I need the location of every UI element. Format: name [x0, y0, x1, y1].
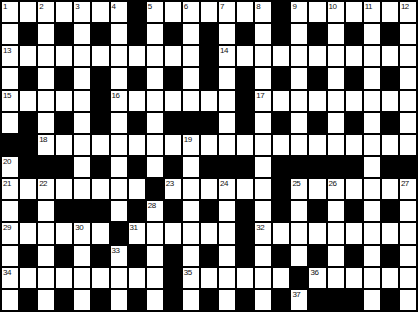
- cell-r4-c3[interactable]: [56, 91, 72, 111]
- cell-r10-c19[interactable]: [346, 223, 362, 243]
- cell-r7-c6[interactable]: [111, 157, 127, 177]
- cell-r8-c10[interactable]: [183, 179, 199, 199]
- cell-r6-c10[interactable]: 19: [183, 135, 199, 155]
- cell-r8-c7[interactable]: [129, 179, 145, 199]
- cell-r13-c8[interactable]: [147, 290, 163, 310]
- cell-r11-c10[interactable]: [183, 246, 199, 266]
- cell-r6-c8[interactable]: [147, 135, 163, 155]
- black-cell-r7-c16: [291, 157, 307, 177]
- cell-r12-c12[interactable]: [219, 268, 235, 288]
- cell-r0-c0[interactable]: 1: [2, 2, 18, 22]
- cell-r1-c8[interactable]: [147, 24, 163, 44]
- cell-r9-c14[interactable]: [255, 201, 271, 221]
- cell-r0-c13[interactable]: [237, 2, 253, 22]
- black-cell-r7-c11: [201, 157, 217, 177]
- cell-r7-c14[interactable]: [255, 157, 271, 177]
- cell-r4-c20[interactable]: [364, 91, 380, 111]
- cell-r3-c6[interactable]: [111, 68, 127, 88]
- clue-number: 12: [401, 2, 409, 11]
- clue-number: 3: [75, 2, 79, 11]
- cell-r9-c20[interactable]: [364, 201, 380, 221]
- cell-r0-c20[interactable]: 11: [364, 2, 380, 22]
- cell-r8-c4[interactable]: [74, 179, 90, 199]
- black-cell-r0-c7: [129, 2, 145, 22]
- cell-r0-c8[interactable]: 5: [147, 2, 163, 22]
- cell-r8-c16[interactable]: 25: [291, 179, 307, 199]
- cell-r2-c20[interactable]: [364, 46, 380, 66]
- cell-r11-c6[interactable]: 33: [111, 246, 127, 266]
- cell-r3-c16[interactable]: [291, 68, 307, 88]
- black-cell-r0-c15: [273, 2, 289, 22]
- cell-r12-c13[interactable]: [237, 268, 253, 288]
- cell-r6-c20[interactable]: [364, 135, 380, 155]
- cell-r12-c10[interactable]: 35: [183, 268, 199, 288]
- black-cell-r9-c3: [56, 201, 72, 221]
- cell-r12-c4[interactable]: [74, 268, 90, 288]
- cell-r12-c3[interactable]: [56, 268, 72, 288]
- cell-r12-c19[interactable]: [346, 268, 362, 288]
- cell-r0-c21[interactable]: [382, 2, 398, 22]
- cell-r0-c4[interactable]: 3: [74, 2, 90, 22]
- cell-r11-c16[interactable]: [291, 246, 307, 266]
- cell-r12-c11[interactable]: [201, 268, 217, 288]
- cell-r0-c5[interactable]: [92, 2, 108, 22]
- cell-r2-c4[interactable]: [74, 46, 90, 66]
- black-cell-r11-c21: [382, 246, 398, 266]
- cell-r6-c13[interactable]: [237, 135, 253, 155]
- cell-r2-c15[interactable]: [273, 46, 289, 66]
- cell-r8-c1[interactable]: [20, 179, 36, 199]
- cell-r10-c0[interactable]: 29: [2, 223, 18, 243]
- cell-r0-c6[interactable]: 4: [111, 2, 127, 22]
- cell-r1-c4[interactable]: [74, 24, 90, 44]
- cell-r6-c7[interactable]: [129, 135, 145, 155]
- cell-r8-c13[interactable]: [237, 179, 253, 199]
- cell-r12-c18[interactable]: [328, 268, 344, 288]
- cell-r10-c11[interactable]: [201, 223, 217, 243]
- cell-r12-c2[interactable]: [38, 268, 54, 288]
- black-cell-r3-c17: [309, 68, 325, 88]
- cell-r11-c14[interactable]: [255, 246, 271, 266]
- cell-r8-c17[interactable]: [309, 179, 325, 199]
- cell-r5-c20[interactable]: [364, 113, 380, 133]
- black-cell-r9-c19: [346, 201, 362, 221]
- cell-r5-c4[interactable]: [74, 113, 90, 133]
- cell-r5-c2[interactable]: [38, 113, 54, 133]
- clue-number: 29: [3, 223, 11, 232]
- clue-number: 22: [39, 179, 47, 188]
- cell-r2-c12[interactable]: 14: [219, 46, 235, 66]
- cell-r6-c12[interactable]: [219, 135, 235, 155]
- clue-number: 24: [220, 179, 228, 188]
- cell-r8-c22[interactable]: 27: [400, 179, 416, 199]
- cell-r3-c2[interactable]: [38, 68, 54, 88]
- cell-r13-c4[interactable]: [74, 290, 90, 310]
- cell-r5-c6[interactable]: [111, 113, 127, 133]
- black-cell-r13-c7: [129, 290, 145, 310]
- black-cell-r3-c5: [92, 68, 108, 88]
- cell-r8-c3[interactable]: [56, 179, 72, 199]
- cell-r10-c9[interactable]: [165, 223, 181, 243]
- cell-r12-c8[interactable]: [147, 268, 163, 288]
- cell-r0-c1[interactable]: [20, 2, 36, 22]
- black-cell-r4-c5: [92, 91, 108, 111]
- cell-r12-c6[interactable]: [111, 268, 127, 288]
- black-cell-r1-c17: [309, 24, 325, 44]
- cell-r12-c22[interactable]: [400, 268, 416, 288]
- clue-number: 37: [292, 290, 300, 299]
- cell-r9-c12[interactable]: [219, 201, 235, 221]
- cell-r3-c0[interactable]: [2, 68, 18, 88]
- cell-r0-c12[interactable]: 7: [219, 2, 235, 22]
- black-cell-r1-c13: [237, 24, 253, 44]
- cell-r2-c22[interactable]: [400, 46, 416, 66]
- cell-r6-c3[interactable]: [56, 135, 72, 155]
- cell-r10-c21[interactable]: [382, 223, 398, 243]
- cell-r7-c20[interactable]: [364, 157, 380, 177]
- cell-r4-c6[interactable]: 16: [111, 91, 127, 111]
- cell-r13-c6[interactable]: [111, 290, 127, 310]
- cell-r7-c10[interactable]: [183, 157, 199, 177]
- cell-r0-c10[interactable]: 6: [183, 2, 199, 22]
- cell-r2-c18[interactable]: [328, 46, 344, 66]
- clue-number: 11: [365, 2, 372, 11]
- clue-number: 30: [75, 223, 83, 232]
- black-cell-r6-c0: [2, 135, 18, 155]
- cell-r13-c10[interactable]: [183, 290, 199, 310]
- cell-r3-c14[interactable]: [255, 68, 271, 88]
- cell-r1-c6[interactable]: [111, 24, 127, 44]
- cell-r6-c15[interactable]: [273, 135, 289, 155]
- cell-r12-c7[interactable]: [129, 268, 145, 288]
- cell-r8-c2[interactable]: 22: [38, 179, 54, 199]
- cell-r6-c11[interactable]: [201, 135, 217, 155]
- cell-r2-c0[interactable]: 13: [2, 46, 18, 66]
- cell-r5-c22[interactable]: [400, 113, 416, 133]
- cell-r12-c17[interactable]: 36: [309, 268, 325, 288]
- cell-r2-c5[interactable]: [92, 46, 108, 66]
- cell-r3-c20[interactable]: [364, 68, 380, 88]
- black-cell-r1-c15: [273, 24, 289, 44]
- cell-r1-c20[interactable]: [364, 24, 380, 44]
- black-cell-r13-c5: [92, 290, 108, 310]
- cell-r9-c16[interactable]: [291, 201, 307, 221]
- cell-r0-c11[interactable]: [201, 2, 217, 22]
- black-cell-r9-c4: [74, 201, 90, 221]
- cell-r3-c18[interactable]: [328, 68, 344, 88]
- cell-r11-c18[interactable]: [328, 246, 344, 266]
- black-cell-r3-c3: [56, 68, 72, 88]
- cell-r4-c1[interactable]: [20, 91, 36, 111]
- cell-r0-c2[interactable]: 2: [38, 2, 54, 22]
- cell-r11-c22[interactable]: [400, 246, 416, 266]
- cell-r4-c9[interactable]: [165, 91, 181, 111]
- cell-r12-c20[interactable]: [364, 268, 380, 288]
- cell-r4-c15[interactable]: [273, 91, 289, 111]
- cell-r4-c14[interactable]: 17: [255, 91, 271, 111]
- black-cell-r9-c5: [92, 201, 108, 221]
- cell-r4-c10[interactable]: [183, 91, 199, 111]
- black-cell-r11-c19: [346, 246, 362, 266]
- cell-r6-c9[interactable]: [165, 135, 181, 155]
- cell-r9-c6[interactable]: [111, 201, 127, 221]
- cell-r2-c17[interactable]: [309, 46, 325, 66]
- cell-r4-c18[interactable]: [328, 91, 344, 111]
- cell-r4-c19[interactable]: [346, 91, 362, 111]
- cell-r10-c18[interactable]: [328, 223, 344, 243]
- cell-r4-c2[interactable]: [38, 91, 54, 111]
- cell-r1-c18[interactable]: [328, 24, 344, 44]
- black-cell-r1-c11: [201, 24, 217, 44]
- clue-number: 28: [148, 201, 156, 210]
- cell-r6-c6[interactable]: [111, 135, 127, 155]
- clue-number: 26: [329, 179, 337, 188]
- clue-number: 4: [112, 2, 116, 11]
- cell-r5-c14[interactable]: [255, 113, 271, 133]
- cell-r8-c5[interactable]: [92, 179, 108, 199]
- clue-number: 16: [112, 91, 120, 100]
- cell-r2-c1[interactable]: [20, 46, 36, 66]
- cell-r0-c19[interactable]: [346, 2, 362, 22]
- cell-r13-c22[interactable]: [400, 290, 416, 310]
- black-cell-r9-c9: [165, 201, 181, 221]
- black-cell-r8-c15: [273, 179, 289, 199]
- black-cell-r1-c7: [129, 24, 145, 44]
- cell-r5-c0[interactable]: [2, 113, 18, 133]
- cell-r10-c4[interactable]: 30: [74, 223, 90, 243]
- cell-r2-c16[interactable]: [291, 46, 307, 66]
- cell-r8-c19[interactable]: [346, 179, 362, 199]
- cell-r10-c22[interactable]: [400, 223, 416, 243]
- cell-r6-c22[interactable]: [400, 135, 416, 155]
- cell-r8-c18[interactable]: 26: [328, 179, 344, 199]
- black-cell-r9-c15: [273, 201, 289, 221]
- cell-r3-c12[interactable]: [219, 68, 235, 88]
- black-cell-r1-c5: [92, 24, 108, 44]
- cell-r8-c20[interactable]: [364, 179, 380, 199]
- clue-number: 8: [256, 2, 260, 11]
- cell-r9-c22[interactable]: [400, 201, 416, 221]
- black-cell-r5-c15: [273, 113, 289, 133]
- black-cell-r5-c17: [309, 113, 325, 133]
- black-cell-r11-c13: [237, 246, 253, 266]
- cell-r1-c10[interactable]: [183, 24, 199, 44]
- black-cell-r7-c9: [165, 157, 181, 177]
- cell-r6-c19[interactable]: [346, 135, 362, 155]
- cell-r8-c14[interactable]: [255, 179, 271, 199]
- cell-r4-c21[interactable]: [382, 91, 398, 111]
- cell-r9-c0[interactable]: [2, 201, 18, 221]
- cell-r4-c4[interactable]: [74, 91, 90, 111]
- black-cell-r3-c1: [20, 68, 36, 88]
- cell-r1-c0[interactable]: [2, 24, 18, 44]
- cell-r8-c21[interactable]: [382, 179, 398, 199]
- black-cell-r11-c3: [56, 246, 72, 266]
- black-cell-r7-c15: [273, 157, 289, 177]
- cell-r1-c16[interactable]: [291, 24, 307, 44]
- black-cell-r10-c13: [237, 223, 253, 243]
- cell-r5-c18[interactable]: [328, 113, 344, 133]
- cell-r4-c22[interactable]: [400, 91, 416, 111]
- cell-r0-c9[interactable]: [165, 2, 181, 22]
- cell-r13-c0[interactable]: [2, 290, 18, 310]
- black-cell-r7-c7: [129, 157, 145, 177]
- cell-r3-c4[interactable]: [74, 68, 90, 88]
- cell-r4-c16[interactable]: [291, 91, 307, 111]
- cell-r9-c2[interactable]: [38, 201, 54, 221]
- cell-r13-c16[interactable]: 37: [291, 290, 307, 310]
- cell-r10-c1[interactable]: [20, 223, 36, 243]
- clue-number: 18: [39, 135, 47, 144]
- cell-r0-c18[interactable]: 10: [328, 2, 344, 22]
- black-cell-r7-c3: [56, 157, 72, 177]
- cell-r12-c15[interactable]: [273, 268, 289, 288]
- clue-number: 7: [220, 2, 224, 11]
- black-cell-r13-c19: [346, 290, 362, 310]
- black-cell-r7-c12: [219, 157, 235, 177]
- cell-r10-c2[interactable]: [38, 223, 54, 243]
- cell-r1-c2[interactable]: [38, 24, 54, 44]
- cell-r11-c12[interactable]: [219, 246, 235, 266]
- cell-r11-c0[interactable]: [2, 246, 18, 266]
- cell-r9-c18[interactable]: [328, 201, 344, 221]
- cell-r6-c5[interactable]: [92, 135, 108, 155]
- cell-r7-c4[interactable]: [74, 157, 90, 177]
- black-cell-r9-c1: [20, 201, 36, 221]
- cell-r4-c0[interactable]: 15: [2, 91, 18, 111]
- cell-r8-c6[interactable]: [111, 179, 127, 199]
- black-cell-r5-c10: [183, 113, 199, 133]
- cell-r10-c3[interactable]: [56, 223, 72, 243]
- cell-r9-c10[interactable]: [183, 201, 199, 221]
- cell-r13-c12[interactable]: [219, 290, 235, 310]
- cell-r10-c16[interactable]: [291, 223, 307, 243]
- black-cell-r9-c13: [237, 201, 253, 221]
- cell-r2-c9[interactable]: [165, 46, 181, 66]
- cell-r5-c12[interactable]: [219, 113, 235, 133]
- cell-r2-c3[interactable]: [56, 46, 72, 66]
- cell-r3-c22[interactable]: [400, 68, 416, 88]
- cell-r4-c8[interactable]: [147, 91, 163, 111]
- cell-r0-c3[interactable]: [56, 2, 72, 22]
- cell-r8-c12[interactable]: 24: [219, 179, 235, 199]
- black-cell-r13-c3: [56, 290, 72, 310]
- cell-r13-c20[interactable]: [364, 290, 380, 310]
- black-cell-r13-c13: [237, 290, 253, 310]
- cell-r4-c12[interactable]: [219, 91, 235, 111]
- cell-r12-c0[interactable]: 34: [2, 268, 18, 288]
- cell-r2-c13[interactable]: [237, 46, 253, 66]
- cell-r4-c17[interactable]: [309, 91, 325, 111]
- black-cell-r12-c9: [165, 268, 181, 288]
- cell-r2-c8[interactable]: [147, 46, 163, 66]
- black-cell-r12-c16: [291, 268, 307, 288]
- cell-r1-c12[interactable]: [219, 24, 235, 44]
- cell-r7-c0[interactable]: 20: [2, 157, 18, 177]
- clue-number: 6: [184, 2, 188, 11]
- cell-r6-c14[interactable]: [255, 135, 271, 155]
- cell-r10-c10[interactable]: [183, 223, 199, 243]
- cell-r3-c8[interactable]: [147, 68, 163, 88]
- cell-r10-c5[interactable]: [92, 223, 108, 243]
- black-cell-r11-c15: [273, 246, 289, 266]
- cell-r12-c14[interactable]: [255, 268, 271, 288]
- cell-r10-c7[interactable]: 31: [129, 223, 145, 243]
- cell-r6-c21[interactable]: [382, 135, 398, 155]
- cell-r2-c6[interactable]: [111, 46, 127, 66]
- cell-r12-c5[interactable]: [92, 268, 108, 288]
- clue-number: 32: [256, 223, 264, 232]
- cell-r2-c7[interactable]: [129, 46, 145, 66]
- clue-number: 5: [148, 2, 152, 11]
- cell-r9-c8[interactable]: 28: [147, 201, 163, 221]
- cell-r10-c17[interactable]: [309, 223, 325, 243]
- cell-r8-c11[interactable]: [201, 179, 217, 199]
- cell-r2-c19[interactable]: [346, 46, 362, 66]
- black-cell-r7-c19: [346, 157, 362, 177]
- cell-r6-c17[interactable]: [309, 135, 325, 155]
- cell-r10-c8[interactable]: [147, 223, 163, 243]
- cell-r6-c4[interactable]: [74, 135, 90, 155]
- cell-r1-c22[interactable]: [400, 24, 416, 44]
- cell-r0-c17[interactable]: [309, 2, 325, 22]
- cell-r2-c2[interactable]: [38, 46, 54, 66]
- cell-r6-c18[interactable]: [328, 135, 344, 155]
- cell-r11-c2[interactable]: [38, 246, 54, 266]
- black-cell-r3-c9: [165, 68, 181, 88]
- cell-r12-c21[interactable]: [382, 268, 398, 288]
- black-cell-r11-c9: [165, 246, 181, 266]
- cell-r3-c10[interactable]: [183, 68, 199, 88]
- cell-r10-c20[interactable]: [364, 223, 380, 243]
- cell-r13-c14[interactable]: [255, 290, 271, 310]
- cell-r5-c8[interactable]: [147, 113, 163, 133]
- black-cell-r5-c9: [165, 113, 181, 133]
- clue-number: 33: [112, 246, 120, 255]
- cell-r11-c4[interactable]: [74, 246, 90, 266]
- cell-r11-c20[interactable]: [364, 246, 380, 266]
- cell-r10-c14[interactable]: 32: [255, 223, 271, 243]
- cell-r0-c14[interactable]: 8: [255, 2, 271, 22]
- black-cell-r7-c17: [309, 157, 325, 177]
- cell-r12-c1[interactable]: [20, 268, 36, 288]
- cell-r8-c0[interactable]: 21: [2, 179, 18, 199]
- clue-number: 1: [3, 2, 7, 11]
- cell-r5-c16[interactable]: [291, 113, 307, 133]
- cell-r8-c9[interactable]: 23: [165, 179, 181, 199]
- black-cell-r1-c21: [382, 24, 398, 44]
- cell-r11-c8[interactable]: [147, 246, 163, 266]
- cell-r0-c16[interactable]: 9: [291, 2, 307, 22]
- cell-r6-c2[interactable]: 18: [38, 135, 54, 155]
- cell-r0-c22[interactable]: 12: [400, 2, 416, 22]
- black-cell-r2-c11: [201, 46, 217, 66]
- cell-r13-c2[interactable]: [38, 290, 54, 310]
- cell-r1-c14[interactable]: [255, 24, 271, 44]
- black-cell-r1-c1: [20, 24, 36, 44]
- cell-r4-c11[interactable]: [201, 91, 217, 111]
- cell-r10-c15[interactable]: [273, 223, 289, 243]
- black-cell-r1-c3: [56, 24, 72, 44]
- cell-r2-c14[interactable]: [255, 46, 271, 66]
- cell-r2-c10[interactable]: [183, 46, 199, 66]
- cell-r2-c21[interactable]: [382, 46, 398, 66]
- cell-r6-c16[interactable]: [291, 135, 307, 155]
- cell-r4-c7[interactable]: [129, 91, 145, 111]
- cell-r7-c8[interactable]: [147, 157, 163, 177]
- cell-r10-c12[interactable]: [219, 223, 235, 243]
- clue-number: 34: [3, 268, 11, 277]
